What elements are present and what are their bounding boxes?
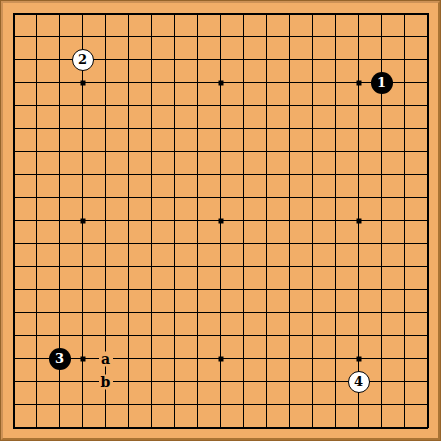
intersection-C13: [48, 140, 71, 163]
intersection-M2: [255, 393, 278, 416]
intersection-O15: [301, 94, 324, 117]
intersection-L15: [232, 94, 255, 117]
intersection-S15: [393, 94, 416, 117]
intersection-T10: [416, 209, 439, 232]
intersection-H16: [163, 71, 186, 94]
intersection-Q12: [347, 163, 370, 186]
intersection-R6: [370, 301, 393, 324]
intersection-L18: [232, 25, 255, 48]
intersection-J9: [186, 232, 209, 255]
intersection-S6: [393, 301, 416, 324]
intersection-R14: [370, 117, 393, 140]
intersection-M1: [255, 416, 278, 439]
intersection-D9: [71, 232, 94, 255]
intersection-N17: [278, 48, 301, 71]
intersection-L8: [232, 255, 255, 278]
intersection-R2: [370, 393, 393, 416]
intersection-E6: [94, 301, 117, 324]
intersection-T6: [416, 301, 439, 324]
intersection-B9: [25, 232, 48, 255]
intersection-D6: [71, 301, 94, 324]
intersection-G19: [140, 2, 163, 25]
intersection-F5: [117, 324, 140, 347]
intersection-P7: [324, 278, 347, 301]
intersection-B19: [25, 2, 48, 25]
intersection-O11: [301, 186, 324, 209]
intersection-T17: [416, 48, 439, 71]
intersection-R9: [370, 232, 393, 255]
intersection-A15: [2, 94, 25, 117]
intersection-K17: [209, 48, 232, 71]
intersection-E2: [94, 393, 117, 416]
intersection-D18: [71, 25, 94, 48]
intersection-P14: [324, 117, 347, 140]
intersection-Q4: [347, 347, 370, 370]
intersection-M12: [255, 163, 278, 186]
intersection-M8: [255, 255, 278, 278]
intersection-P1: [324, 416, 347, 439]
intersection-G17: [140, 48, 163, 71]
intersection-T19: [416, 2, 439, 25]
intersection-B4: [25, 347, 48, 370]
intersection-D14: [71, 117, 94, 140]
intersection-G7: [140, 278, 163, 301]
label-b: b: [99, 374, 113, 389]
intersection-O5: [301, 324, 324, 347]
intersection-A18: [2, 25, 25, 48]
intersection-S5: [393, 324, 416, 347]
intersection-M11: [255, 186, 278, 209]
intersection-B3: [25, 370, 48, 393]
intersection-A2: [2, 393, 25, 416]
intersection-K14: [209, 117, 232, 140]
intersection-D15: [71, 94, 94, 117]
intersection-O7: [301, 278, 324, 301]
intersection-S12: [393, 163, 416, 186]
intersection-O14: [301, 117, 324, 140]
intersection-H4: [163, 347, 186, 370]
intersection-T4: [416, 347, 439, 370]
intersection-A19: [2, 2, 25, 25]
intersection-E9: [94, 232, 117, 255]
intersection-J19: [186, 2, 209, 25]
intersection-B6: [25, 301, 48, 324]
intersection-F2: [117, 393, 140, 416]
intersection-J14: [186, 117, 209, 140]
intersection-Q6: [347, 301, 370, 324]
intersection-C16: [48, 71, 71, 94]
intersection-T9: [416, 232, 439, 255]
intersection-T8: [416, 255, 439, 278]
intersection-P9: [324, 232, 347, 255]
star-point: [356, 356, 361, 361]
intersection-G3: [140, 370, 163, 393]
intersection-T1: [416, 416, 439, 439]
intersection-B7: [25, 278, 48, 301]
intersection-H12: [163, 163, 186, 186]
intersection-C10: [48, 209, 71, 232]
intersection-T5: [416, 324, 439, 347]
intersection-J17: [186, 48, 209, 71]
intersection-L4: [232, 347, 255, 370]
intersection-Q1: [347, 416, 370, 439]
stone-black-3: 3: [49, 348, 71, 370]
intersection-G1: [140, 416, 163, 439]
intersection-O12: [301, 163, 324, 186]
intersection-S4: [393, 347, 416, 370]
intersection-J12: [186, 163, 209, 186]
intersection-J4: [186, 347, 209, 370]
intersection-C17: [48, 48, 71, 71]
intersection-B11: [25, 186, 48, 209]
intersection-N2: [278, 393, 301, 416]
intersection-G18: [140, 25, 163, 48]
intersection-R8: [370, 255, 393, 278]
intersection-B18: [25, 25, 48, 48]
intersection-O2: [301, 393, 324, 416]
label-a: a: [99, 351, 113, 366]
intersection-Q3: 4: [347, 370, 370, 393]
intersection-T2: [416, 393, 439, 416]
intersection-G10: [140, 209, 163, 232]
intersection-E12: [94, 163, 117, 186]
intersection-L2: [232, 393, 255, 416]
intersection-M18: [255, 25, 278, 48]
intersection-H5: [163, 324, 186, 347]
star-point: [80, 80, 85, 85]
intersection-P3: [324, 370, 347, 393]
intersection-N12: [278, 163, 301, 186]
intersection-E10: [94, 209, 117, 232]
intersection-T15: [416, 94, 439, 117]
intersection-P4: [324, 347, 347, 370]
intersection-S18: [393, 25, 416, 48]
intersection-N11: [278, 186, 301, 209]
intersection-N10: [278, 209, 301, 232]
intersection-F3: [117, 370, 140, 393]
intersection-O17: [301, 48, 324, 71]
intersection-R7: [370, 278, 393, 301]
intersection-E16: [94, 71, 117, 94]
intersection-R13: [370, 140, 393, 163]
intersection-B10: [25, 209, 48, 232]
intersection-P15: [324, 94, 347, 117]
intersection-B5: [25, 324, 48, 347]
intersection-F10: [117, 209, 140, 232]
intersection-E13: [94, 140, 117, 163]
intersection-C8: [48, 255, 71, 278]
intersection-J18: [186, 25, 209, 48]
intersection-G4: [140, 347, 163, 370]
intersection-K15: [209, 94, 232, 117]
intersection-R3: [370, 370, 393, 393]
intersection-D1: [71, 416, 94, 439]
intersection-G15: [140, 94, 163, 117]
intersection-M9: [255, 232, 278, 255]
intersection-P19: [324, 2, 347, 25]
intersection-G8: [140, 255, 163, 278]
intersection-J1: [186, 416, 209, 439]
intersection-E11: [94, 186, 117, 209]
intersection-F18: [117, 25, 140, 48]
intersection-E17: [94, 48, 117, 71]
intersection-T18: [416, 25, 439, 48]
intersection-S11: [393, 186, 416, 209]
stone-black-1: 1: [371, 72, 393, 94]
intersection-B12: [25, 163, 48, 186]
intersection-L1: [232, 416, 255, 439]
intersection-C6: [48, 301, 71, 324]
intersection-H11: [163, 186, 186, 209]
intersection-F13: [117, 140, 140, 163]
intersection-C2: [48, 393, 71, 416]
intersection-K11: [209, 186, 232, 209]
intersection-Q9: [347, 232, 370, 255]
intersection-D2: [71, 393, 94, 416]
intersection-H19: [163, 2, 186, 25]
intersection-R10: [370, 209, 393, 232]
intersection-P11: [324, 186, 347, 209]
intersection-H6: [163, 301, 186, 324]
intersection-Q14: [347, 117, 370, 140]
intersection-F17: [117, 48, 140, 71]
intersection-D17: 2: [71, 48, 94, 71]
intersection-O13: [301, 140, 324, 163]
intersection-E14: [94, 117, 117, 140]
intersection-M17: [255, 48, 278, 71]
intersection-L14: [232, 117, 255, 140]
intersection-B17: [25, 48, 48, 71]
intersection-G9: [140, 232, 163, 255]
intersection-G5: [140, 324, 163, 347]
intersection-O10: [301, 209, 324, 232]
intersection-A6: [2, 301, 25, 324]
intersection-Q10: [347, 209, 370, 232]
intersection-C15: [48, 94, 71, 117]
intersection-J16: [186, 71, 209, 94]
intersection-Q7: [347, 278, 370, 301]
intersection-N9: [278, 232, 301, 255]
intersection-H14: [163, 117, 186, 140]
intersection-H8: [163, 255, 186, 278]
intersection-L12: [232, 163, 255, 186]
intersection-L19: [232, 2, 255, 25]
intersection-R15: [370, 94, 393, 117]
intersection-A8: [2, 255, 25, 278]
intersection-O3: [301, 370, 324, 393]
intersection-J8: [186, 255, 209, 278]
intersection-T14: [416, 117, 439, 140]
intersection-S17: [393, 48, 416, 71]
intersection-P17: [324, 48, 347, 71]
intersection-C19: [48, 2, 71, 25]
intersection-S1: [393, 416, 416, 439]
intersection-N15: [278, 94, 301, 117]
intersection-G11: [140, 186, 163, 209]
intersection-K3: [209, 370, 232, 393]
intersection-Q5: [347, 324, 370, 347]
intersection-T12: [416, 163, 439, 186]
intersection-M19: [255, 2, 278, 25]
intersection-O4: [301, 347, 324, 370]
intersection-Q15: [347, 94, 370, 117]
intersection-J2: [186, 393, 209, 416]
intersection-C18: [48, 25, 71, 48]
intersection-C1: [48, 416, 71, 439]
intersection-F1: [117, 416, 140, 439]
intersection-H13: [163, 140, 186, 163]
intersection-P16: [324, 71, 347, 94]
intersection-C9: [48, 232, 71, 255]
intersection-R16: 1: [370, 71, 393, 94]
intersection-A1: [2, 416, 25, 439]
intersection-P10: [324, 209, 347, 232]
intersection-C3: [48, 370, 71, 393]
intersection-F11: [117, 186, 140, 209]
intersection-H9: [163, 232, 186, 255]
intersection-H2: [163, 393, 186, 416]
intersection-P13: [324, 140, 347, 163]
intersection-P2: [324, 393, 347, 416]
intersection-L13: [232, 140, 255, 163]
intersection-S9: [393, 232, 416, 255]
intersection-K13: [209, 140, 232, 163]
intersection-N14: [278, 117, 301, 140]
intersection-F4: [117, 347, 140, 370]
intersection-R12: [370, 163, 393, 186]
intersection-T11: [416, 186, 439, 209]
intersection-R18: [370, 25, 393, 48]
intersection-R4: [370, 347, 393, 370]
intersection-A9: [2, 232, 25, 255]
intersection-B13: [25, 140, 48, 163]
intersection-N16: [278, 71, 301, 94]
intersection-M3: [255, 370, 278, 393]
intersection-N18: [278, 25, 301, 48]
intersection-S3: [393, 370, 416, 393]
intersection-G14: [140, 117, 163, 140]
intersection-R1: [370, 416, 393, 439]
intersection-D5: [71, 324, 94, 347]
intersection-K19: [209, 2, 232, 25]
intersection-N3: [278, 370, 301, 393]
intersection-Q8: [347, 255, 370, 278]
intersection-J3: [186, 370, 209, 393]
intersection-O16: [301, 71, 324, 94]
intersection-H15: [163, 94, 186, 117]
intersection-N1: [278, 416, 301, 439]
star-point: [218, 356, 223, 361]
intersection-M5: [255, 324, 278, 347]
intersection-T16: [416, 71, 439, 94]
intersection-M10: [255, 209, 278, 232]
intersection-N4: [278, 347, 301, 370]
intersection-K16: [209, 71, 232, 94]
intersection-D13: [71, 140, 94, 163]
intersection-N13: [278, 140, 301, 163]
intersection-C12: [48, 163, 71, 186]
intersection-S2: [393, 393, 416, 416]
intersection-E18: [94, 25, 117, 48]
intersection-K18: [209, 25, 232, 48]
intersection-Q2: [347, 393, 370, 416]
star-point: [356, 218, 361, 223]
intersection-R17: [370, 48, 393, 71]
intersection-C11: [48, 186, 71, 209]
intersection-D10: [71, 209, 94, 232]
intersection-F15: [117, 94, 140, 117]
intersection-A4: [2, 347, 25, 370]
intersection-R5: [370, 324, 393, 347]
intersection-T13: [416, 140, 439, 163]
intersection-L5: [232, 324, 255, 347]
intersection-R11: [370, 186, 393, 209]
intersection-L11: [232, 186, 255, 209]
intersection-J11: [186, 186, 209, 209]
intersection-O19: [301, 2, 324, 25]
intersection-D3: [71, 370, 94, 393]
intersection-J13: [186, 140, 209, 163]
intersection-K9: [209, 232, 232, 255]
intersection-M14: [255, 117, 278, 140]
intersection-F12: [117, 163, 140, 186]
intersection-M6: [255, 301, 278, 324]
intersection-K8: [209, 255, 232, 278]
intersection-Q16: [347, 71, 370, 94]
intersection-E8: [94, 255, 117, 278]
intersection-H10: [163, 209, 186, 232]
intersection-H18: [163, 25, 186, 48]
intersection-D19: [71, 2, 94, 25]
intersection-S19: [393, 2, 416, 25]
intersection-Q17: [347, 48, 370, 71]
intersection-G6: [140, 301, 163, 324]
stone-white-2: 2: [72, 49, 94, 71]
go-board: 213ab4: [0, 0, 441, 441]
intersection-Q18: [347, 25, 370, 48]
intersection-L7: [232, 278, 255, 301]
intersection-R19: [370, 2, 393, 25]
intersection-N5: [278, 324, 301, 347]
intersection-P12: [324, 163, 347, 186]
intersection-N6: [278, 301, 301, 324]
intersection-B8: [25, 255, 48, 278]
intersection-E4: a: [94, 347, 117, 370]
intersection-C14: [48, 117, 71, 140]
intersection-D12: [71, 163, 94, 186]
intersection-C4: 3: [48, 347, 71, 370]
intersection-A12: [2, 163, 25, 186]
intersection-A3: [2, 370, 25, 393]
intersection-A13: [2, 140, 25, 163]
intersection-E15: [94, 94, 117, 117]
star-point: [356, 80, 361, 85]
intersection-O18: [301, 25, 324, 48]
intersection-M15: [255, 94, 278, 117]
intersection-D8: [71, 255, 94, 278]
intersection-J6: [186, 301, 209, 324]
intersection-T3: [416, 370, 439, 393]
intersection-G12: [140, 163, 163, 186]
intersection-S10: [393, 209, 416, 232]
intersection-A17: [2, 48, 25, 71]
intersection-H7: [163, 278, 186, 301]
intersection-F8: [117, 255, 140, 278]
goban: 213ab4: [2, 2, 439, 439]
intersection-D11: [71, 186, 94, 209]
intersection-K7: [209, 278, 232, 301]
intersection-B1: [25, 416, 48, 439]
